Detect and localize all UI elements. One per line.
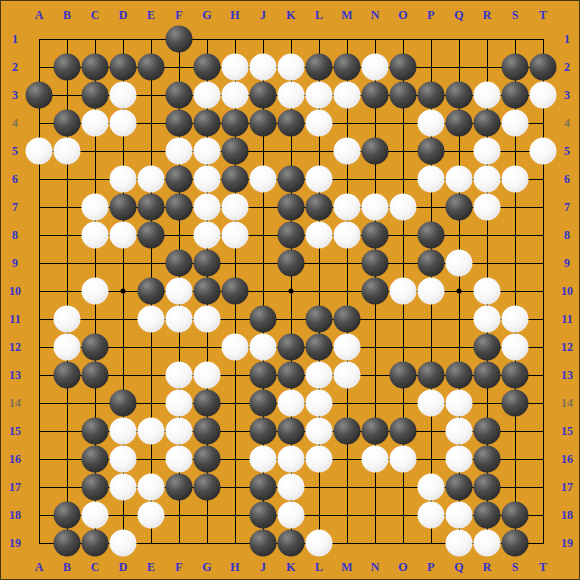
row-label-left-16: 16 — [9, 453, 21, 465]
stone-white-J2[interactable] — [250, 54, 277, 81]
stone-black-L12[interactable] — [306, 334, 333, 361]
stone-black-G16[interactable] — [194, 446, 221, 473]
column-label-top-R: R — [483, 9, 492, 21]
stone-white-C18[interactable] — [82, 502, 109, 529]
stone-white-K14[interactable] — [278, 390, 305, 417]
stone-white-R5[interactable] — [474, 138, 501, 165]
stone-black-C12[interactable] — [82, 334, 109, 361]
row-label-right-4: 4 — [564, 117, 570, 129]
stone-black-P9[interactable] — [418, 250, 445, 277]
stone-black-S13[interactable] — [502, 362, 529, 389]
stone-white-F15[interactable] — [166, 418, 193, 445]
stone-white-T3[interactable] — [530, 82, 557, 109]
stone-black-Q3[interactable] — [446, 82, 473, 109]
stone-white-L8[interactable] — [306, 222, 333, 249]
grid-line-vertical — [543, 39, 544, 544]
stone-black-C15[interactable] — [82, 418, 109, 445]
column-label-bottom-S: S — [512, 561, 519, 573]
stone-white-M8[interactable] — [334, 222, 361, 249]
stone-black-H5[interactable] — [222, 138, 249, 165]
column-label-bottom-M: M — [341, 561, 352, 573]
stone-white-Q18[interactable] — [446, 502, 473, 529]
stone-black-K6[interactable] — [278, 166, 305, 193]
stone-black-Q7[interactable] — [446, 194, 473, 221]
row-label-left-10: 10 — [9, 285, 21, 297]
stone-black-N10[interactable] — [362, 278, 389, 305]
stone-black-J4[interactable] — [250, 110, 277, 137]
stone-black-F3[interactable] — [166, 82, 193, 109]
stone-black-G2[interactable] — [194, 54, 221, 81]
stone-white-P17[interactable] — [418, 474, 445, 501]
stone-black-C17[interactable] — [82, 474, 109, 501]
column-label-top-G: G — [202, 9, 211, 21]
column-label-bottom-T: T — [539, 561, 547, 573]
grid-line-vertical — [347, 39, 348, 544]
stone-white-D19[interactable] — [110, 530, 137, 557]
stone-white-Q15[interactable] — [446, 418, 473, 445]
column-label-top-N: N — [371, 9, 380, 21]
column-label-bottom-A: A — [35, 561, 44, 573]
stone-white-F13[interactable] — [166, 362, 193, 389]
stone-black-J15[interactable] — [250, 418, 277, 445]
stone-black-E10[interactable] — [138, 278, 165, 305]
stone-white-T5[interactable] — [530, 138, 557, 165]
stone-black-P8[interactable] — [418, 222, 445, 249]
row-label-right-15: 15 — [561, 425, 573, 437]
stone-white-L4[interactable] — [306, 110, 333, 137]
column-label-bottom-Q: Q — [454, 561, 463, 573]
column-label-top-L: L — [315, 9, 323, 21]
stone-black-H4[interactable] — [222, 110, 249, 137]
stone-black-C16[interactable] — [82, 446, 109, 473]
stone-white-Q6[interactable] — [446, 166, 473, 193]
stone-black-N9[interactable] — [362, 250, 389, 277]
stone-black-O2[interactable] — [390, 54, 417, 81]
stone-white-E11[interactable] — [138, 306, 165, 333]
column-label-top-O: O — [398, 9, 407, 21]
row-label-right-10: 10 — [561, 285, 573, 297]
stone-white-Q16[interactable] — [446, 446, 473, 473]
stone-white-Q19[interactable] — [446, 530, 473, 557]
row-label-left-11: 11 — [9, 313, 20, 325]
stone-white-L16[interactable] — [306, 446, 333, 473]
stone-black-C19[interactable] — [82, 530, 109, 557]
column-label-bottom-K: K — [286, 561, 295, 573]
stone-black-O3[interactable] — [390, 82, 417, 109]
stone-black-F17[interactable] — [166, 474, 193, 501]
row-label-right-7: 7 — [564, 201, 570, 213]
stone-white-Q14[interactable] — [446, 390, 473, 417]
row-label-left-13: 13 — [9, 369, 21, 381]
row-label-left-14: 14 — [9, 397, 21, 409]
stone-black-O13[interactable] — [390, 362, 417, 389]
row-label-left-6: 6 — [12, 173, 18, 185]
column-label-bottom-J: J — [260, 561, 266, 573]
stone-black-S19[interactable] — [502, 530, 529, 557]
stone-black-A3[interactable] — [26, 82, 53, 109]
column-label-top-H: H — [230, 9, 239, 21]
stone-white-F11[interactable] — [166, 306, 193, 333]
stone-white-E18[interactable] — [138, 502, 165, 529]
stone-white-H8[interactable] — [222, 222, 249, 249]
row-label-right-17: 17 — [561, 481, 573, 493]
stone-black-S14[interactable] — [502, 390, 529, 417]
stone-white-R3[interactable] — [474, 82, 501, 109]
stone-black-G10[interactable] — [194, 278, 221, 305]
stone-black-R13[interactable] — [474, 362, 501, 389]
stone-white-F14[interactable] — [166, 390, 193, 417]
stone-black-C13[interactable] — [82, 362, 109, 389]
row-label-left-18: 18 — [9, 509, 21, 521]
stone-black-Q4[interactable] — [446, 110, 473, 137]
stone-white-L15[interactable] — [306, 418, 333, 445]
stone-black-B13[interactable] — [54, 362, 81, 389]
stone-black-B2[interactable] — [54, 54, 81, 81]
stone-white-H12[interactable] — [222, 334, 249, 361]
stone-black-J14[interactable] — [250, 390, 277, 417]
stone-white-D17[interactable] — [110, 474, 137, 501]
column-label-top-F: F — [175, 9, 182, 21]
column-label-bottom-O: O — [398, 561, 407, 573]
row-label-right-9: 9 — [564, 257, 570, 269]
stone-white-N2[interactable] — [362, 54, 389, 81]
row-label-right-16: 16 — [561, 453, 573, 465]
stone-black-O15[interactable] — [390, 418, 417, 445]
stone-black-D7[interactable] — [110, 194, 137, 221]
stone-black-B4[interactable] — [54, 110, 81, 137]
column-label-top-C: C — [91, 9, 100, 21]
stone-white-L19[interactable] — [306, 530, 333, 557]
stone-black-R17[interactable] — [474, 474, 501, 501]
stone-white-M12[interactable] — [334, 334, 361, 361]
row-label-left-19: 19 — [9, 537, 21, 549]
stone-black-K7[interactable] — [278, 194, 305, 221]
stone-white-G5[interactable] — [194, 138, 221, 165]
stone-black-J3[interactable] — [250, 82, 277, 109]
stone-black-E2[interactable] — [138, 54, 165, 81]
stone-black-F7[interactable] — [166, 194, 193, 221]
stone-white-B11[interactable] — [54, 306, 81, 333]
stone-black-S3[interactable] — [502, 82, 529, 109]
stone-black-Q17[interactable] — [446, 474, 473, 501]
stone-black-D2[interactable] — [110, 54, 137, 81]
column-label-top-M: M — [341, 9, 352, 21]
stone-black-C2[interactable] — [82, 54, 109, 81]
stone-white-P4[interactable] — [418, 110, 445, 137]
stone-black-P3[interactable] — [418, 82, 445, 109]
stone-white-P14[interactable] — [418, 390, 445, 417]
stone-black-E7[interactable] — [138, 194, 165, 221]
stone-white-C4[interactable] — [82, 110, 109, 137]
column-label-top-A: A — [35, 9, 44, 21]
stone-white-S6[interactable] — [502, 166, 529, 193]
column-label-bottom-R: R — [483, 561, 492, 573]
stone-black-K9[interactable] — [278, 250, 305, 277]
stone-black-S2[interactable] — [502, 54, 529, 81]
column-label-bottom-E: E — [147, 561, 155, 573]
stone-white-R7[interactable] — [474, 194, 501, 221]
stone-black-R18[interactable] — [474, 502, 501, 529]
stone-black-E8[interactable] — [138, 222, 165, 249]
stone-black-J13[interactable] — [250, 362, 277, 389]
column-label-bottom-C: C — [91, 561, 100, 573]
stone-white-F10[interactable] — [166, 278, 193, 305]
stone-white-A5[interactable] — [26, 138, 53, 165]
star-point-K10 — [289, 289, 294, 294]
row-label-right-2: 2 — [564, 61, 570, 73]
column-label-top-T: T — [539, 9, 547, 21]
column-label-top-K: K — [286, 9, 295, 21]
stone-black-P13[interactable] — [418, 362, 445, 389]
stone-black-K19[interactable] — [278, 530, 305, 557]
stone-white-K3[interactable] — [278, 82, 305, 109]
stone-black-R12[interactable] — [474, 334, 501, 361]
stone-black-R15[interactable] — [474, 418, 501, 445]
stone-white-L6[interactable] — [306, 166, 333, 193]
stone-white-O16[interactable] — [390, 446, 417, 473]
stone-white-J12[interactable] — [250, 334, 277, 361]
column-label-bottom-D: D — [119, 561, 128, 573]
stone-white-N7[interactable] — [362, 194, 389, 221]
column-label-top-S: S — [512, 9, 519, 21]
stone-black-G15[interactable] — [194, 418, 221, 445]
stone-white-R10[interactable] — [474, 278, 501, 305]
stone-white-K17[interactable] — [278, 474, 305, 501]
stone-black-N15[interactable] — [362, 418, 389, 445]
stone-white-C7[interactable] — [82, 194, 109, 221]
column-label-bottom-H: H — [230, 561, 239, 573]
star-point-D10 — [121, 289, 126, 294]
row-label-right-18: 18 — [561, 509, 573, 521]
stone-white-R6[interactable] — [474, 166, 501, 193]
stone-white-K18[interactable] — [278, 502, 305, 529]
row-label-right-3: 3 — [564, 89, 570, 101]
stone-black-G4[interactable] — [194, 110, 221, 137]
stone-black-N5[interactable] — [362, 138, 389, 165]
stone-black-R4[interactable] — [474, 110, 501, 137]
row-label-left-17: 17 — [9, 481, 21, 493]
column-label-top-Q: Q — [454, 9, 463, 21]
row-label-left-5: 5 — [12, 145, 18, 157]
stone-white-G3[interactable] — [194, 82, 221, 109]
stone-white-D8[interactable] — [110, 222, 137, 249]
stone-white-Q9[interactable] — [446, 250, 473, 277]
stone-black-F6[interactable] — [166, 166, 193, 193]
stone-white-C8[interactable] — [82, 222, 109, 249]
stone-white-P18[interactable] — [418, 502, 445, 529]
stone-white-F16[interactable] — [166, 446, 193, 473]
stone-black-J19[interactable] — [250, 530, 277, 557]
row-label-left-9: 9 — [12, 257, 18, 269]
stone-white-P10[interactable] — [418, 278, 445, 305]
column-label-bottom-F: F — [175, 561, 182, 573]
stone-black-N8[interactable] — [362, 222, 389, 249]
stone-black-K15[interactable] — [278, 418, 305, 445]
stone-white-G8[interactable] — [194, 222, 221, 249]
stone-black-D14[interactable] — [110, 390, 137, 417]
column-label-top-P: P — [427, 9, 434, 21]
stone-white-D4[interactable] — [110, 110, 137, 137]
row-label-left-4: 4 — [12, 117, 18, 129]
stone-white-K2[interactable] — [278, 54, 305, 81]
stone-white-H7[interactable] — [222, 194, 249, 221]
stone-white-E17[interactable] — [138, 474, 165, 501]
stone-white-H3[interactable] — [222, 82, 249, 109]
stone-white-G11[interactable] — [194, 306, 221, 333]
stone-white-G13[interactable] — [194, 362, 221, 389]
stone-white-G7[interactable] — [194, 194, 221, 221]
row-label-right-5: 5 — [564, 145, 570, 157]
stone-black-B18[interactable] — [54, 502, 81, 529]
stone-black-L11[interactable] — [306, 306, 333, 333]
stone-white-D15[interactable] — [110, 418, 137, 445]
stone-black-Q13[interactable] — [446, 362, 473, 389]
stone-black-M2[interactable] — [334, 54, 361, 81]
go-board-screenshot: AABBCCDDEEFFGGHHJJKKLLMMNNOOPPQQRRSSTT11… — [0, 0, 580, 580]
stone-black-F9[interactable] — [166, 250, 193, 277]
row-label-right-12: 12 — [561, 341, 573, 353]
stone-black-G14[interactable] — [194, 390, 221, 417]
column-label-top-E: E — [147, 9, 155, 21]
row-label-right-1: 1 — [564, 33, 570, 45]
stone-black-J18[interactable] — [250, 502, 277, 529]
stone-white-S11[interactable] — [502, 306, 529, 333]
column-label-bottom-P: P — [427, 561, 434, 573]
row-label-right-13: 13 — [561, 369, 573, 381]
stone-white-D3[interactable] — [110, 82, 137, 109]
row-label-right-6: 6 — [564, 173, 570, 185]
row-label-right-8: 8 — [564, 229, 570, 241]
stone-white-G6[interactable] — [194, 166, 221, 193]
stone-white-M13[interactable] — [334, 362, 361, 389]
grid-line-horizontal — [39, 319, 544, 320]
stone-white-L3[interactable] — [306, 82, 333, 109]
stone-white-D16[interactable] — [110, 446, 137, 473]
stone-white-P6[interactable] — [418, 166, 445, 193]
stone-white-D6[interactable] — [110, 166, 137, 193]
row-label-right-14: 14 — [561, 397, 573, 409]
row-label-left-15: 15 — [9, 425, 21, 437]
stone-black-C3[interactable] — [82, 82, 109, 109]
row-label-left-2: 2 — [12, 61, 18, 73]
stone-white-R11[interactable] — [474, 306, 501, 333]
column-label-top-D: D — [119, 9, 128, 21]
stone-white-O10[interactable] — [390, 278, 417, 305]
stone-white-J6[interactable] — [250, 166, 277, 193]
row-label-left-8: 8 — [12, 229, 18, 241]
stone-white-M5[interactable] — [334, 138, 361, 165]
column-label-bottom-G: G — [202, 561, 211, 573]
stone-white-E6[interactable] — [138, 166, 165, 193]
stone-white-B5[interactable] — [54, 138, 81, 165]
stone-white-N16[interactable] — [362, 446, 389, 473]
stone-white-K16[interactable] — [278, 446, 305, 473]
stone-black-G9[interactable] — [194, 250, 221, 277]
row-label-left-7: 7 — [12, 201, 18, 213]
stone-black-R16[interactable] — [474, 446, 501, 473]
stone-black-K4[interactable] — [278, 110, 305, 137]
stone-black-G17[interactable] — [194, 474, 221, 501]
column-label-top-B: B — [63, 9, 71, 21]
stone-white-S12[interactable] — [502, 334, 529, 361]
stone-black-L2[interactable] — [306, 54, 333, 81]
stone-white-L14[interactable] — [306, 390, 333, 417]
stone-white-M7[interactable] — [334, 194, 361, 221]
column-label-bottom-N: N — [371, 561, 380, 573]
stone-black-N3[interactable] — [362, 82, 389, 109]
row-label-right-19: 19 — [561, 537, 573, 549]
stone-white-J16[interactable] — [250, 446, 277, 473]
stone-white-M3[interactable] — [334, 82, 361, 109]
stone-black-B19[interactable] — [54, 530, 81, 557]
stone-black-S18[interactable] — [502, 502, 529, 529]
row-label-right-11: 11 — [561, 313, 572, 325]
stone-black-L7[interactable] — [306, 194, 333, 221]
stone-white-C10[interactable] — [82, 278, 109, 305]
stone-black-M15[interactable] — [334, 418, 361, 445]
stone-white-L13[interactable] — [306, 362, 333, 389]
stone-black-H6[interactable] — [222, 166, 249, 193]
stone-black-J17[interactable] — [250, 474, 277, 501]
column-label-top-J: J — [260, 9, 266, 21]
star-point-Q10 — [457, 289, 462, 294]
stone-black-P5[interactable] — [418, 138, 445, 165]
stone-white-S4[interactable] — [502, 110, 529, 137]
row-label-left-12: 12 — [9, 341, 21, 353]
stone-white-F5[interactable] — [166, 138, 193, 165]
stone-black-K12[interactable] — [278, 334, 305, 361]
stone-white-B12[interactable] — [54, 334, 81, 361]
column-label-bottom-L: L — [315, 561, 323, 573]
row-label-left-3: 3 — [12, 89, 18, 101]
stone-white-O7[interactable] — [390, 194, 417, 221]
stone-white-H2[interactable] — [222, 54, 249, 81]
stone-white-R19[interactable] — [474, 530, 501, 557]
stone-white-E15[interactable] — [138, 418, 165, 445]
column-label-bottom-B: B — [63, 561, 71, 573]
stone-black-M11[interactable] — [334, 306, 361, 333]
stone-black-F1[interactable] — [166, 26, 193, 53]
stone-black-K13[interactable] — [278, 362, 305, 389]
stone-black-F4[interactable] — [166, 110, 193, 137]
stone-black-H10[interactable] — [222, 278, 249, 305]
row-label-left-1: 1 — [12, 33, 18, 45]
stone-black-K8[interactable] — [278, 222, 305, 249]
stone-black-T2[interactable] — [530, 54, 557, 81]
stone-black-J11[interactable] — [250, 306, 277, 333]
